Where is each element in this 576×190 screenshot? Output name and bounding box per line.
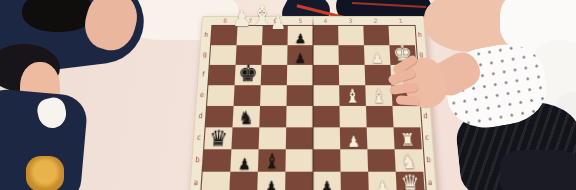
square-b4[interactable] — [313, 149, 341, 172]
white-queen-a1[interactable]: ♛ — [400, 172, 420, 190]
black-pawn-a6[interactable]: ♟ — [265, 179, 278, 190]
square-e8[interactable] — [207, 85, 235, 106]
rank-label-top-4: 4 — [313, 16, 338, 26]
white-pawn-a2[interactable]: ♟ — [376, 179, 390, 190]
square-d1[interactable] — [392, 106, 420, 127]
square-e3[interactable]: ♝ — [339, 85, 366, 106]
black-pawn-a4[interactable]: ♟ — [320, 179, 333, 190]
black-knight-d7[interactable]: ♞ — [238, 109, 254, 127]
black-bishop-b6[interactable]: ♝ — [263, 152, 280, 172]
square-f4[interactable] — [313, 65, 339, 85]
square-b6[interactable]: ♝ — [258, 149, 286, 172]
square-e6[interactable] — [260, 85, 287, 106]
square-f8[interactable] — [208, 65, 235, 85]
girl-black-pinafore-2 — [500, 150, 576, 190]
square-b7[interactable]: ♟ — [230, 149, 258, 172]
black-pawn-g5[interactable]: ♟ — [294, 51, 306, 65]
square-h3[interactable] — [338, 26, 364, 45]
square-d7[interactable]: ♞ — [232, 106, 260, 127]
rank-label-top-2: 2 — [363, 16, 388, 26]
captured-pieces: ♟♝♟ — [232, 2, 296, 42]
rank-label-top-3: 3 — [338, 16, 363, 26]
white-rook-c1[interactable]: ♜ — [400, 132, 416, 149]
boy-left-gold-badge — [26, 156, 64, 190]
square-a6[interactable]: ♟ — [257, 172, 285, 190]
photo-scene: ♟♝♟ 8877665544332211hhggffeeddccbbaa♟♟♟♚… — [0, 0, 576, 190]
square-c2[interactable] — [367, 127, 395, 149]
black-pawn-b7[interactable]: ♟ — [238, 156, 251, 171]
square-a3[interactable] — [341, 172, 369, 190]
square-c1[interactable]: ♜ — [394, 127, 422, 149]
square-d2[interactable] — [366, 106, 394, 127]
square-a2[interactable]: ♟ — [368, 172, 397, 190]
white-pawn-g2[interactable]: ♟ — [371, 51, 384, 65]
square-e4[interactable] — [313, 85, 339, 106]
white-pawn-c3[interactable]: ♟ — [347, 134, 360, 149]
square-a4[interactable]: ♟ — [313, 172, 341, 190]
square-e7[interactable] — [234, 85, 261, 106]
square-d3[interactable] — [339, 106, 366, 127]
square-b2[interactable] — [367, 149, 395, 172]
square-g6[interactable] — [261, 45, 287, 65]
square-a7[interactable] — [229, 172, 258, 190]
black-queen-c8[interactable]: ♛ — [209, 127, 229, 149]
square-e2[interactable]: ♝ — [365, 85, 392, 106]
square-f7[interactable]: ♚ — [235, 65, 262, 85]
file-label-right-d: d — [419, 106, 432, 127]
girl-finger — [396, 95, 421, 106]
file-label-right-c: c — [420, 127, 433, 149]
rank-label-top-1: 1 — [388, 16, 414, 26]
square-g3[interactable] — [338, 45, 364, 65]
square-f2[interactable] — [365, 65, 392, 85]
square-d6[interactable] — [259, 106, 286, 127]
square-d5[interactable] — [286, 106, 313, 127]
white-bishop-e3[interactable]: ♝ — [344, 87, 361, 106]
square-a8[interactable] — [201, 172, 230, 190]
square-c4[interactable] — [313, 127, 340, 149]
black-pawn-h5[interactable]: ♟ — [294, 32, 306, 45]
square-g8[interactable] — [210, 45, 237, 65]
square-g5[interactable]: ♟ — [287, 45, 313, 65]
square-c6[interactable] — [259, 127, 287, 149]
square-g4[interactable] — [313, 45, 339, 65]
square-b8[interactable] — [203, 149, 232, 172]
square-h4[interactable] — [313, 26, 338, 45]
boy-top-left-hair — [22, 0, 94, 32]
square-c5[interactable] — [286, 127, 313, 149]
white-bishop-e2[interactable]: ♝ — [370, 87, 387, 106]
file-label-right-b: b — [422, 149, 436, 172]
square-a5[interactable] — [285, 172, 313, 190]
square-c7[interactable] — [231, 127, 259, 149]
square-b3[interactable] — [340, 149, 368, 172]
square-f5[interactable] — [287, 65, 313, 85]
square-e5[interactable] — [287, 85, 313, 106]
file-label-right-a: a — [423, 172, 437, 190]
square-f3[interactable] — [339, 65, 365, 85]
black-king-f7[interactable]: ♚ — [238, 63, 258, 85]
square-g2[interactable]: ♟ — [364, 45, 390, 65]
white-pawn-captured: ♟ — [270, 14, 286, 32]
square-f6[interactable] — [261, 65, 287, 85]
square-d4[interactable] — [313, 106, 340, 127]
square-c8[interactable]: ♛ — [204, 127, 232, 149]
square-c3[interactable]: ♟ — [340, 127, 368, 149]
square-h2[interactable] — [363, 26, 389, 45]
square-b5[interactable] — [285, 149, 313, 172]
white-pawn-captured: ♟ — [232, 8, 252, 30]
square-a1[interactable]: ♛ — [396, 172, 425, 190]
